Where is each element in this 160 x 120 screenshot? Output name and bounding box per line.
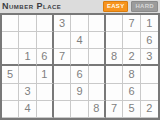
cell-r4c4[interactable] — [54, 66, 71, 83]
cell-r5c7[interactable] — [106, 84, 123, 101]
cell-r6c5[interactable] — [71, 101, 88, 118]
cell-r4c5[interactable]: 6 — [71, 66, 88, 83]
cell-r3c7[interactable]: 8 — [106, 49, 123, 66]
hard-button[interactable]: HARD — [131, 1, 158, 12]
cell-r3c8[interactable]: 2 — [123, 49, 140, 66]
cell-r6c4[interactable] — [54, 101, 71, 118]
cell-r1c8[interactable]: 7 — [123, 15, 140, 32]
cell-r4c3[interactable]: 1 — [37, 66, 54, 83]
cell-r6c1[interactable] — [2, 101, 19, 118]
header-bar: Number Place EASY HARD — [0, 0, 160, 13]
cell-r3c9[interactable]: 3 — [141, 49, 158, 66]
cell-r6c9[interactable]: 2 — [141, 101, 158, 118]
cell-r2c2[interactable] — [19, 32, 36, 49]
cell-r2c8[interactable] — [123, 32, 140, 49]
cell-r3c5[interactable] — [71, 49, 88, 66]
cell-r2c4[interactable] — [54, 32, 71, 49]
page-title: Number Place — [2, 1, 61, 12]
cell-r2c5[interactable]: 4 — [71, 32, 88, 49]
cell-r2c7[interactable] — [106, 32, 123, 49]
cell-r5c3[interactable] — [37, 84, 54, 101]
cell-r3c6[interactable] — [89, 49, 106, 66]
cell-r6c8[interactable]: 5 — [123, 101, 140, 118]
cell-r1c7[interactable] — [106, 15, 123, 32]
sudoku-board: 37146167823516839648752 — [0, 13, 160, 120]
cell-r1c2[interactable] — [19, 15, 36, 32]
cell-r5c6[interactable] — [89, 84, 106, 101]
cell-r1c5[interactable] — [71, 15, 88, 32]
cell-r5c2[interactable]: 3 — [19, 84, 36, 101]
easy-button[interactable]: EASY — [103, 1, 129, 12]
cell-r5c9[interactable] — [141, 84, 158, 101]
difficulty-buttons: EASY HARD — [103, 1, 158, 12]
cell-r4c9[interactable] — [141, 66, 158, 83]
cell-r5c4[interactable] — [54, 84, 71, 101]
cell-r5c5[interactable]: 9 — [71, 84, 88, 101]
cell-r4c2[interactable] — [19, 66, 36, 83]
cell-r2c1[interactable] — [2, 32, 19, 49]
cell-r4c8[interactable]: 8 — [123, 66, 140, 83]
cell-r1c6[interactable] — [89, 15, 106, 32]
cell-r6c2[interactable]: 4 — [19, 101, 36, 118]
cell-r5c8[interactable]: 6 — [123, 84, 140, 101]
cell-r5c1[interactable] — [2, 84, 19, 101]
cell-r4c6[interactable] — [89, 66, 106, 83]
cell-r1c3[interactable] — [37, 15, 54, 32]
cell-r3c2[interactable]: 1 — [19, 49, 36, 66]
cell-r6c6[interactable]: 8 — [89, 101, 106, 118]
cell-r3c4[interactable]: 7 — [54, 49, 71, 66]
cell-r4c7[interactable] — [106, 66, 123, 83]
cell-r1c4[interactable]: 3 — [54, 15, 71, 32]
cell-r3c3[interactable]: 6 — [37, 49, 54, 66]
cell-r1c9[interactable]: 1 — [141, 15, 158, 32]
cell-r4c1[interactable]: 5 — [2, 66, 19, 83]
cell-r2c6[interactable] — [89, 32, 106, 49]
cell-r6c7[interactable]: 7 — [106, 101, 123, 118]
cell-r3c1[interactable] — [2, 49, 19, 66]
cell-r6c3[interactable] — [37, 101, 54, 118]
number-place-app: Number Place EASY HARD 37146167823516839… — [0, 0, 160, 120]
cell-r2c9[interactable]: 6 — [141, 32, 158, 49]
cell-r1c1[interactable] — [2, 15, 19, 32]
cell-r2c3[interactable] — [37, 32, 54, 49]
